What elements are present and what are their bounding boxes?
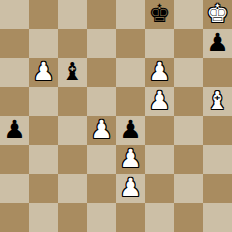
square-e3[interactable]: ♟ — [116, 145, 145, 174]
square-a8[interactable] — [0, 0, 29, 29]
square-d1[interactable] — [87, 203, 116, 232]
square-h4[interactable] — [203, 116, 232, 145]
black-king[interactable]: ♚ — [148, 0, 170, 28]
white-bishop[interactable]: ♝ — [206, 86, 228, 115]
square-c3[interactable] — [58, 145, 87, 174]
square-e1[interactable] — [116, 203, 145, 232]
square-c7[interactable] — [58, 29, 87, 58]
square-c4[interactable] — [58, 116, 87, 145]
black-pawn[interactable]: ♟ — [119, 115, 141, 144]
square-a2[interactable] — [0, 174, 29, 203]
square-a3[interactable] — [0, 145, 29, 174]
square-g1[interactable] — [174, 203, 203, 232]
square-b4[interactable] — [29, 116, 58, 145]
square-a6[interactable] — [0, 58, 29, 87]
square-e5[interactable] — [116, 87, 145, 116]
square-g6[interactable] — [174, 58, 203, 87]
square-f7[interactable] — [145, 29, 174, 58]
black-pawn[interactable]: ♟ — [206, 28, 228, 57]
square-h8[interactable]: ♚ — [203, 0, 232, 29]
square-c1[interactable] — [58, 203, 87, 232]
white-pawn[interactable]: ♟ — [90, 115, 112, 144]
square-a7[interactable] — [0, 29, 29, 58]
square-c5[interactable] — [58, 87, 87, 116]
square-d7[interactable] — [87, 29, 116, 58]
square-b5[interactable] — [29, 87, 58, 116]
square-h3[interactable] — [203, 145, 232, 174]
square-f3[interactable] — [145, 145, 174, 174]
square-b7[interactable] — [29, 29, 58, 58]
square-e4[interactable]: ♟ — [116, 116, 145, 145]
square-g5[interactable] — [174, 87, 203, 116]
square-d3[interactable] — [87, 145, 116, 174]
square-e7[interactable] — [116, 29, 145, 58]
square-h2[interactable] — [203, 174, 232, 203]
square-f4[interactable] — [145, 116, 174, 145]
white-pawn[interactable]: ♟ — [119, 144, 141, 173]
square-b8[interactable] — [29, 0, 58, 29]
square-c6[interactable]: ♝ — [58, 58, 87, 87]
square-a1[interactable] — [0, 203, 29, 232]
square-g3[interactable] — [174, 145, 203, 174]
square-f1[interactable] — [145, 203, 174, 232]
square-d5[interactable] — [87, 87, 116, 116]
square-g2[interactable] — [174, 174, 203, 203]
square-f8[interactable]: ♚ — [145, 0, 174, 29]
square-f5[interactable]: ♟ — [145, 87, 174, 116]
square-f2[interactable] — [145, 174, 174, 203]
square-g7[interactable] — [174, 29, 203, 58]
square-h5[interactable]: ♝ — [203, 87, 232, 116]
square-b6[interactable]: ♟ — [29, 58, 58, 87]
white-pawn[interactable]: ♟ — [32, 57, 54, 86]
square-h7[interactable]: ♟ — [203, 29, 232, 58]
square-e6[interactable] — [116, 58, 145, 87]
square-d8[interactable] — [87, 0, 116, 29]
square-h1[interactable] — [203, 203, 232, 232]
square-d2[interactable] — [87, 174, 116, 203]
black-bishop[interactable]: ♝ — [61, 57, 83, 86]
square-h6[interactable] — [203, 58, 232, 87]
black-pawn[interactable]: ♟ — [3, 115, 25, 144]
square-e8[interactable] — [116, 0, 145, 29]
white-king[interactable]: ♚ — [206, 0, 228, 28]
square-d4[interactable]: ♟ — [87, 116, 116, 145]
square-c8[interactable] — [58, 0, 87, 29]
square-a4[interactable]: ♟ — [0, 116, 29, 145]
square-f6[interactable]: ♟ — [145, 58, 174, 87]
square-b1[interactable] — [29, 203, 58, 232]
chess-board: ♚♚♟♟♝♟♟♝♟♟♟♟♟ — [0, 0, 232, 232]
square-b3[interactable] — [29, 145, 58, 174]
square-d6[interactable] — [87, 58, 116, 87]
white-pawn[interactable]: ♟ — [148, 86, 170, 115]
square-b2[interactable] — [29, 174, 58, 203]
square-g4[interactable] — [174, 116, 203, 145]
square-c2[interactable] — [58, 174, 87, 203]
square-e2[interactable]: ♟ — [116, 174, 145, 203]
white-pawn[interactable]: ♟ — [119, 173, 141, 202]
square-a5[interactable] — [0, 87, 29, 116]
white-pawn[interactable]: ♟ — [148, 57, 170, 86]
square-g8[interactable] — [174, 0, 203, 29]
